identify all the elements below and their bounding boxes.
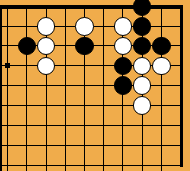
intersection-r15[interactable]: [132, 76, 151, 96]
intersection-t11[interactable]: [171, 155, 190, 171]
intersection-o11[interactable]: [75, 155, 94, 171]
intersection-s16[interactable]: [152, 56, 171, 76]
intersection-n12[interactable]: [56, 135, 75, 155]
intersection-o19[interactable]: [75, 0, 94, 16]
white-stone-o18: [75, 17, 94, 36]
intersection-s19[interactable]: [152, 0, 171, 16]
intersection-q14[interactable]: [113, 96, 132, 116]
intersection-k14[interactable]: [0, 96, 17, 116]
intersection-o15[interactable]: [75, 76, 94, 96]
intersection-k17[interactable]: [0, 36, 17, 56]
black-stone-r18: [133, 17, 152, 36]
intersection-s15[interactable]: [152, 76, 171, 96]
intersection-r13[interactable]: [132, 115, 151, 135]
intersection-p17[interactable]: [94, 36, 113, 56]
black-stone-r19: [133, 0, 152, 16]
white-stone-r16: [133, 57, 152, 76]
intersection-t13[interactable]: [171, 115, 190, 135]
intersection-q19[interactable]: [113, 0, 132, 16]
intersection-r11[interactable]: [132, 155, 151, 171]
intersection-l15[interactable]: [17, 76, 36, 96]
white-stone-m18: [37, 17, 56, 36]
black-stone-l17: [18, 37, 37, 56]
intersection-n11[interactable]: [56, 155, 75, 171]
intersection-m12[interactable]: [36, 135, 55, 155]
intersection-s12[interactable]: [152, 135, 171, 155]
black-stone-q16: [114, 57, 133, 76]
intersection-p12[interactable]: [94, 135, 113, 155]
intersection-k15[interactable]: [0, 76, 17, 96]
intersection-p14[interactable]: [94, 96, 113, 116]
intersection-m16[interactable]: [36, 56, 55, 76]
intersection-l18[interactable]: [17, 16, 36, 36]
intersection-m13[interactable]: [36, 115, 55, 135]
intersection-l12[interactable]: [17, 135, 36, 155]
intersection-n16[interactable]: [56, 56, 75, 76]
intersection-l14[interactable]: [17, 96, 36, 116]
go-board: [0, 0, 190, 171]
intersection-t18[interactable]: [171, 16, 190, 36]
black-stone-s17: [152, 37, 171, 56]
intersection-r17[interactable]: [132, 36, 151, 56]
intersection-n18[interactable]: [56, 16, 75, 36]
intersection-n17[interactable]: [56, 36, 75, 56]
intersection-n19[interactable]: [56, 0, 75, 16]
intersection-r18[interactable]: [132, 16, 151, 36]
white-stone-m17: [37, 37, 56, 56]
intersection-k13[interactable]: [0, 115, 17, 135]
intersection-m19[interactable]: [36, 0, 55, 16]
white-stone-r14: [133, 96, 152, 115]
black-stone-o17: [75, 37, 94, 56]
intersection-m15[interactable]: [36, 76, 55, 96]
white-stone-s16: [152, 57, 171, 76]
intersection-s13[interactable]: [152, 115, 171, 135]
intersection-t19[interactable]: [171, 0, 190, 16]
intersection-k16[interactable]: [0, 56, 17, 76]
board-grid: [0, 0, 190, 171]
intersection-l13[interactable]: [17, 115, 36, 135]
intersection-t14[interactable]: [171, 96, 190, 116]
intersection-m17[interactable]: [36, 36, 55, 56]
intersection-q18[interactable]: [113, 16, 132, 36]
intersection-l19[interactable]: [17, 0, 36, 16]
intersection-o12[interactable]: [75, 135, 94, 155]
intersection-o18[interactable]: [75, 16, 94, 36]
intersection-r14[interactable]: [132, 96, 151, 116]
intersection-q11[interactable]: [113, 155, 132, 171]
go-diagram: [0, 0, 190, 171]
white-stone-r15: [133, 76, 152, 95]
intersection-q12[interactable]: [113, 135, 132, 155]
intersection-q13[interactable]: [113, 115, 132, 135]
intersection-t16[interactable]: [171, 56, 190, 76]
black-stone-r17: [133, 37, 152, 56]
intersection-s17[interactable]: [152, 36, 171, 56]
intersection-p11[interactable]: [94, 155, 113, 171]
intersection-s11[interactable]: [152, 155, 171, 171]
intersection-r12[interactable]: [132, 135, 151, 155]
intersection-k11[interactable]: [0, 155, 17, 171]
intersection-q16[interactable]: [113, 56, 132, 76]
intersection-m11[interactable]: [36, 155, 55, 171]
intersection-k18[interactable]: [0, 16, 17, 36]
intersection-p13[interactable]: [94, 115, 113, 135]
intersection-k12[interactable]: [0, 135, 17, 155]
intersection-q17[interactable]: [113, 36, 132, 56]
intersection-n15[interactable]: [56, 76, 75, 96]
white-stone-q18: [114, 17, 133, 36]
intersection-o16[interactable]: [75, 56, 94, 76]
intersection-k19[interactable]: [0, 0, 17, 16]
intersection-l17[interactable]: [17, 36, 36, 56]
intersection-p16[interactable]: [94, 56, 113, 76]
intersection-o13[interactable]: [75, 115, 94, 135]
intersection-l11[interactable]: [17, 155, 36, 171]
intersection-o14[interactable]: [75, 96, 94, 116]
intersection-t12[interactable]: [171, 135, 190, 155]
intersection-s18[interactable]: [152, 16, 171, 36]
white-stone-q17: [114, 37, 133, 56]
white-stone-m16: [37, 57, 56, 76]
intersection-q15[interactable]: [113, 76, 132, 96]
intersection-p19[interactable]: [94, 0, 113, 16]
intersection-n14[interactable]: [56, 96, 75, 116]
intersection-p15[interactable]: [94, 76, 113, 96]
intersection-p18[interactable]: [94, 16, 113, 36]
intersection-r19[interactable]: [132, 0, 151, 16]
intersection-n13[interactable]: [56, 115, 75, 135]
intersection-o17[interactable]: [75, 36, 94, 56]
intersection-t15[interactable]: [171, 76, 190, 96]
intersection-t17[interactable]: [171, 36, 190, 56]
intersection-r16[interactable]: [132, 56, 151, 76]
intersection-m18[interactable]: [36, 16, 55, 36]
intersection-l16[interactable]: [17, 56, 36, 76]
intersection-s14[interactable]: [152, 96, 171, 116]
black-stone-q15: [114, 76, 133, 95]
intersection-m14[interactable]: [36, 96, 55, 116]
